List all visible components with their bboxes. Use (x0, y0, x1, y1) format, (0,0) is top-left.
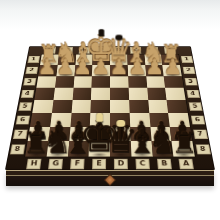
rank-label-right-5: 5 (188, 102, 202, 110)
chess-board: ♜♞♝♚♛♝♞♜♟♟♟♟♟♟♟♟♟♟♟♟♟♟♟♟♜♞♝♚♛♝♞♜ HHGGFFE… (5, 46, 215, 170)
square-h5[interactable] (32, 100, 53, 113)
square-f2[interactable]: ♟ (74, 65, 92, 76)
square-a8[interactable]: ♜ (172, 141, 195, 156)
rank-label-left-3: 3 (23, 78, 36, 85)
square-d4[interactable] (110, 88, 129, 100)
square-a2[interactable]: ♟ (162, 65, 181, 76)
square-g5[interactable] (52, 100, 72, 113)
square-c2[interactable]: ♟ (127, 65, 145, 76)
piece-white-pawn[interactable]: ♟ (145, 56, 164, 78)
piece-white-pawn[interactable]: ♟ (91, 56, 110, 78)
file-label-bottom-d: D (114, 158, 128, 168)
piece-white-pawn[interactable]: ♟ (73, 56, 92, 78)
rank-label-right-8: 8 (195, 144, 210, 154)
piece-white-pawn[interactable]: ♟ (109, 56, 128, 78)
rank-label-left-4: 4 (20, 90, 33, 98)
piece-black-rook[interactable]: ♜ (171, 129, 197, 158)
square-e4[interactable] (91, 88, 110, 100)
file-label-bottom-e: E (92, 158, 106, 168)
square-f4[interactable] (72, 88, 91, 100)
rank-label-left-5: 5 (18, 102, 32, 110)
square-h2[interactable]: ♟ (38, 65, 57, 76)
piece-white-pawn[interactable]: ♟ (37, 56, 56, 78)
square-h4[interactable] (34, 88, 54, 100)
square-b4[interactable] (147, 88, 167, 100)
square-c4[interactable] (128, 88, 147, 100)
photo-background: ♜♞♝♚♛♝♞♜♟♟♟♟♟♟♟♟♟♟♟♟♟♟♟♟♜♞♝♚♛♝♞♜ HHGGFFE… (0, 0, 220, 220)
piece-top-finial (98, 29, 104, 36)
rank-label-right-4: 4 (186, 90, 199, 98)
file-label-bottom-g: G (48, 158, 63, 168)
square-c5[interactable] (129, 100, 149, 113)
square-b2[interactable]: ♟ (145, 65, 164, 76)
square-d2[interactable]: ♟ (110, 65, 128, 76)
board-front-edge (6, 170, 214, 186)
square-h3[interactable] (36, 76, 56, 88)
file-label-bottom-b: B (157, 158, 172, 168)
square-e2[interactable]: ♟ (92, 65, 110, 76)
rank-label-left-2: 2 (25, 67, 38, 74)
piece-top-finial (116, 120, 125, 127)
piece-top-finial (96, 113, 103, 122)
file-label-bottom-f: F (70, 158, 84, 168)
piece-white-pawn[interactable]: ♟ (55, 56, 74, 78)
square-a5[interactable] (167, 100, 188, 113)
square-d3[interactable] (110, 76, 128, 88)
piece-white-pawn[interactable]: ♟ (163, 56, 182, 78)
square-a3[interactable] (164, 76, 184, 88)
square-b5[interactable] (148, 100, 168, 113)
clasp-ornament (105, 175, 115, 185)
square-b3[interactable] (146, 76, 165, 88)
piece-white-pawn[interactable]: ♟ (127, 56, 146, 78)
file-label-bottom-h: H (26, 158, 41, 168)
rank-label-right-3: 3 (184, 78, 197, 85)
square-g3[interactable] (55, 76, 74, 88)
file-label-bottom-c: C (135, 158, 149, 168)
square-g4[interactable] (53, 88, 73, 100)
square-e3[interactable] (92, 76, 110, 88)
board-squares: ♜♞♝♚♛♝♞♜♟♟♟♟♟♟♟♟♟♟♟♟♟♟♟♟♜♞♝♚♛♝♞♜ (24, 54, 196, 157)
square-f3[interactable] (73, 76, 92, 88)
file-label-bottom-a: A (178, 158, 193, 168)
square-a4[interactable] (165, 88, 185, 100)
piece-top-finial (115, 35, 122, 41)
rank-label-right-2: 2 (182, 67, 195, 74)
square-c3[interactable] (128, 76, 147, 88)
